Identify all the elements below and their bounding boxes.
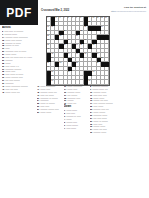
- clue-number: 51: [64, 57, 66, 59]
- clue-item-number: 39: [2, 82, 4, 84]
- clue-item-number: 9: [90, 88, 91, 90]
- clue-item-number: 18: [2, 44, 4, 46]
- clue-number: 44: [88, 48, 90, 50]
- pdf-badge: PDF: [0, 0, 38, 25]
- clue-item-number: 5: [64, 121, 65, 123]
- clue-number: 19: [101, 26, 103, 28]
- clue-number: 59: [97, 62, 99, 64]
- clue-item-number: 40: [2, 85, 4, 87]
- clue-number: 35: [47, 44, 49, 46]
- clue-item-number: 34: [90, 128, 92, 130]
- clue-item-number: 14: [2, 36, 4, 38]
- clue-number: 16: [47, 26, 49, 28]
- clue-number: 62: [72, 66, 74, 68]
- clue-number: 37: [76, 44, 78, 46]
- clue-item-number: 30: [2, 65, 4, 67]
- crossword-grid: 1234567891011121314151617181920212223242…: [46, 16, 110, 86]
- clue-number: 34: [105, 39, 107, 41]
- clue-number: 60: [47, 66, 49, 68]
- clue-item-number: 2: [2, 30, 3, 32]
- clue-item: 7 Xxxx xxxxx: [64, 127, 88, 129]
- clue-item-number: 26: [90, 114, 92, 116]
- grid-cell: [105, 80, 109, 85]
- clue-number: 1: [47, 17, 48, 19]
- clue-number: 45: [51, 53, 53, 55]
- clues-column-1: Across2 Xxxx xxxx xx xxxxxxx9 Xxxxxxx xx…: [2, 26, 35, 134]
- clue-number: 50: [51, 57, 53, 59]
- clue-item-number: 67: [64, 94, 66, 96]
- clues-column-2: 46 Xxxxx xxxxxxxxx47 Xxxxx xxxx48 Xxxxxx…: [37, 85, 62, 135]
- clue-number: 5: [68, 17, 69, 19]
- clue-item-number: 25: [2, 56, 4, 58]
- clue-number: 63: [101, 66, 103, 68]
- clue-item-number: 9: [2, 33, 3, 35]
- clue-item-number: 51: [37, 97, 39, 99]
- clue-item-number: 35: [2, 73, 4, 75]
- clue-item-number: 37: [2, 79, 4, 81]
- clue-number: 58: [76, 62, 78, 64]
- clue-number: 26: [60, 35, 62, 37]
- clue-item-number: 1: [64, 109, 65, 111]
- clue-number: 28: [47, 39, 49, 41]
- clues-section-header: Down: [64, 105, 88, 108]
- clue-number: 25: [47, 35, 49, 37]
- clue-item-number: 45: [2, 91, 4, 93]
- clue-number: 52: [72, 57, 74, 59]
- clue-number: 43: [80, 48, 82, 50]
- clue-item-number: 4: [64, 118, 65, 120]
- clue-item-number: 15: [2, 39, 4, 41]
- clue-number: 31: [84, 39, 86, 41]
- clue-item-number: 43: [2, 88, 4, 90]
- clue-item-number: 69: [64, 99, 66, 101]
- clue-number: 22: [80, 30, 82, 32]
- clue-number: 70: [51, 80, 53, 82]
- clue-number: 38: [80, 44, 82, 46]
- clue-item-number: 12: [90, 97, 92, 99]
- clue-number: 61: [55, 66, 57, 68]
- solution-url-link[interactable]: https://xxxxxxxxxxxxxx.xxx/xxxxxxxx: [111, 10, 146, 13]
- clue-number: 29: [55, 39, 57, 41]
- clue-number: 68: [51, 75, 53, 77]
- clue-item: 38 Xxxx xx xxxxx: [90, 134, 119, 135]
- clue-item-number: 10: [90, 91, 92, 93]
- page-title: Crossword Mar 2, 2022: [41, 9, 69, 12]
- clue-number: 55: [101, 57, 103, 59]
- clue-item-number: 56: [37, 105, 39, 107]
- clue-number: 47: [76, 53, 78, 55]
- clue-item-number: 32: [90, 123, 92, 125]
- clue-number: 30: [68, 39, 70, 41]
- clue-number: 56: [47, 62, 49, 64]
- clue-number: 3: [60, 17, 61, 19]
- clue-item-number: 27: [90, 117, 92, 119]
- clue-item-number: 13: [90, 99, 92, 101]
- clue-number: 54: [93, 57, 95, 59]
- clue-item-number: 59: [37, 111, 39, 113]
- clue-number: 69: [88, 75, 90, 77]
- clue-item-number: 24: [90, 111, 92, 113]
- clue-number: 66: [68, 71, 70, 73]
- clue-item-number: 38: [90, 134, 92, 135]
- clue-number: 48: [84, 53, 86, 55]
- clue-item-number: 46: [37, 85, 39, 87]
- clue-number: 32: [97, 39, 99, 41]
- solution-note: Find the solution at https://xxxxxxxxxxx…: [111, 7, 146, 12]
- clue-number: 14: [55, 21, 57, 23]
- clue-number: 13: [105, 17, 107, 19]
- clue-item-number: 17: [90, 102, 92, 104]
- clue-number: 17: [51, 26, 53, 28]
- clue-number: 9: [88, 17, 89, 19]
- clue-item-number: 36: [2, 76, 4, 78]
- clue-item: 25 Xxxx xxx xxxxx xxxx xx x xxxx: [2, 56, 35, 58]
- clue-number: 27: [76, 35, 78, 37]
- clue-item-number: 2: [64, 112, 65, 114]
- clue-item-number: 68: [64, 97, 66, 99]
- clue-number: 15: [88, 21, 90, 23]
- clue-number: 20: [47, 30, 49, 32]
- clue-number: 41: [60, 48, 62, 50]
- clue-item-number: 29: [90, 120, 92, 122]
- clue-number: 65: [51, 71, 53, 73]
- clues-column-3: 61 Xxxxx xxxxxxxxx64 Xxxxx xxxx66 Xxxxxx…: [64, 85, 88, 135]
- clue-item-number: 21: [2, 53, 4, 55]
- clue-item-number: 3: [64, 115, 65, 117]
- clue-number: 71: [88, 80, 90, 82]
- clue-number: 10: [93, 17, 95, 19]
- clue-item-number: 26: [2, 59, 4, 61]
- clue-number: 46: [68, 53, 70, 55]
- clue-number: 12: [101, 17, 103, 19]
- clue-item-number: 54: [37, 99, 39, 101]
- clue-item-number: 23: [90, 108, 92, 110]
- clue-item-number: 7: [64, 127, 65, 129]
- clue-number: 64: [105, 66, 107, 68]
- clue-item-number: 33: [90, 125, 92, 127]
- clue-number: 42: [72, 48, 74, 50]
- clue-item-number: 36: [90, 131, 92, 133]
- clue-number: 24: [93, 30, 95, 32]
- clue-item-number: 11: [90, 94, 92, 96]
- clue-item-number: 6: [64, 124, 65, 126]
- clue-number: 40: [47, 48, 49, 50]
- clue-item-number: 20: [2, 50, 4, 52]
- clue-item-number: 49: [37, 94, 39, 96]
- clue-item-number: 55: [37, 102, 39, 104]
- clue-item-number: 19: [2, 47, 4, 49]
- clue-number: 21: [64, 30, 66, 32]
- clue-item: 45 Xxxxx xxxxx xxx: [2, 91, 35, 93]
- clue-item-number: 57: [37, 108, 39, 110]
- clue-number: 18: [84, 26, 86, 28]
- clue-item-number: 16: [2, 42, 4, 44]
- clue-number: 67: [93, 71, 95, 73]
- clue-number: 49: [97, 53, 99, 55]
- clues-column-4: 8 Xxxxxxxx xxxxxxx9 Xxxxxx xxxxx xxx10 X…: [90, 85, 119, 135]
- clue-number: 11: [97, 17, 99, 19]
- clues-section-header: Across: [2, 26, 35, 29]
- clue-item-number: 61: [64, 85, 66, 87]
- clue-number: 39: [93, 44, 95, 46]
- clue-number: 36: [64, 44, 66, 46]
- clue-number: 33: [101, 39, 103, 41]
- clue-number: 57: [60, 62, 62, 64]
- clue-item-number: 48: [37, 91, 39, 93]
- clue-item-number: 8: [90, 85, 91, 87]
- clue-item-number: 47: [37, 88, 39, 90]
- clue-number: 6: [72, 17, 73, 19]
- clue-item-number: 66: [64, 91, 66, 93]
- clue-number: 4: [64, 17, 65, 19]
- clue-item-number: 31: [2, 68, 4, 70]
- clue-item-number: 22: [90, 105, 92, 107]
- clue-number: 7: [76, 17, 77, 19]
- clue-item-number: 64: [64, 88, 66, 90]
- clue-item-number: 28: [2, 62, 4, 64]
- clue-number: 53: [80, 57, 82, 59]
- clue-item-number: 32: [2, 70, 4, 72]
- clue-item: 59 Xxxxx xxxxx: [37, 111, 62, 113]
- clue-number: 2: [55, 17, 56, 19]
- clue-number: 8: [80, 17, 81, 19]
- clue-number: 23: [88, 30, 90, 32]
